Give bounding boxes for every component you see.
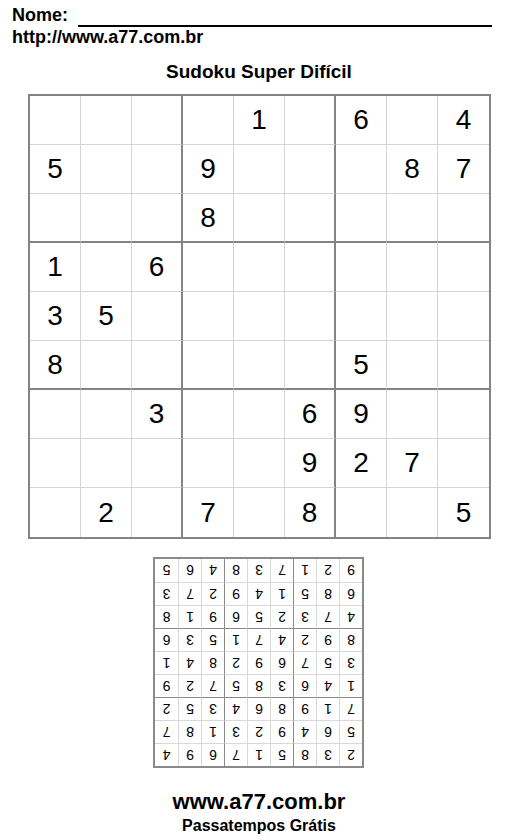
- puzzle-cell-r7c4: [183, 390, 234, 439]
- puzzle-cell-r8c2: [81, 439, 132, 488]
- puzzle-cell-r6c2: [81, 341, 132, 390]
- puzzle-cell-r8c5: [234, 439, 285, 488]
- puzzle-cell-r8c7: 2: [336, 439, 387, 488]
- puzzle-cell-r9c5: [234, 488, 285, 537]
- site-url-text: http://www.a77.com.br: [12, 27, 203, 48]
- puzzle-cell-r7c5: [234, 390, 285, 439]
- solution-cell-r2c6: 3: [224, 720, 247, 743]
- puzzle-cell-r2c7: [336, 145, 387, 194]
- solution-cell-r1c9: 4: [155, 743, 178, 766]
- puzzle-cell-r1c6: [285, 96, 336, 145]
- solution-cell-r8c2: 8: [316, 582, 339, 605]
- puzzle-cell-r1c7: 6: [336, 96, 387, 145]
- puzzle-cell-r9c8: [387, 488, 438, 537]
- puzzle-cell-r4c9: [438, 243, 489, 292]
- solution-cell-r8c7: 2: [201, 582, 224, 605]
- puzzle-cell-r3c2: [81, 194, 132, 243]
- puzzle-cell-r1c8: [387, 96, 438, 145]
- solution-cell-r3c4: 8: [270, 697, 293, 720]
- solution-cell-r1c8: 9: [178, 743, 201, 766]
- puzzle-cell-r9c2: 2: [81, 488, 132, 537]
- solution-cell-r2c4: 9: [270, 720, 293, 743]
- solution-cell-r4c9: 9: [155, 674, 178, 697]
- solution-cell-r7c4: 2: [270, 605, 293, 628]
- puzzle-cell-r1c2: [81, 96, 132, 145]
- solution-cell-r7c8: 1: [178, 605, 201, 628]
- puzzle-cell-r2c9: 7: [438, 145, 489, 194]
- footer-site: www.a77.com.br: [0, 789, 518, 815]
- solution-cell-r3c5: 6: [247, 697, 270, 720]
- page-title: Sudoku Super Difícil: [0, 61, 518, 83]
- puzzle-cell-r2c6: [285, 145, 336, 194]
- solution-cell-r9c7: 4: [201, 559, 224, 582]
- solution-cell-r4c8: 2: [178, 674, 201, 697]
- puzzle-cell-r1c5: 1: [234, 96, 285, 145]
- solution-cell-r4c1: 1: [339, 674, 362, 697]
- puzzle-cell-r9c1: [30, 488, 81, 537]
- puzzle-cell-r9c7: [336, 488, 387, 537]
- solution-cell-r1c5: 1: [247, 743, 270, 766]
- solution-cell-r6c2: 9: [316, 628, 339, 651]
- puzzle-cell-r4c6: [285, 243, 336, 292]
- solution-cell-r4c4: 3: [270, 674, 293, 697]
- puzzle-cell-r8c8: 7: [387, 439, 438, 488]
- puzzle-cell-r3c7: [336, 194, 387, 243]
- solution-cell-r9c4: 7: [270, 559, 293, 582]
- solution-cell-r1c4: 5: [270, 743, 293, 766]
- puzzle-cell-r6c4: [183, 341, 234, 390]
- puzzle-cell-r9c3: [132, 488, 183, 537]
- solution-cell-r8c5: 4: [247, 582, 270, 605]
- puzzle-cell-r5c2: 5: [81, 292, 132, 341]
- solution-cell-r2c7: 1: [201, 720, 224, 743]
- puzzle-cell-r4c7: [336, 243, 387, 292]
- solution-cell-r5c6: 2: [224, 651, 247, 674]
- solution-cell-r9c3: 1: [293, 559, 316, 582]
- puzzle-cell-r1c9: 4: [438, 96, 489, 145]
- solution-cell-r2c2: 6: [316, 720, 339, 743]
- puzzle-cell-r9c4: 7: [183, 488, 234, 537]
- puzzle-cell-r6c7: 5: [336, 341, 387, 390]
- solution-cell-r1c2: 3: [316, 743, 339, 766]
- puzzle-cell-r2c4: 9: [183, 145, 234, 194]
- puzzle-cell-r8c9: [438, 439, 489, 488]
- puzzle-cell-r7c7: 9: [336, 390, 387, 439]
- puzzle-cell-r4c8: [387, 243, 438, 292]
- solution-cell-r2c1: 5: [339, 720, 362, 743]
- solution-cell-r3c3: 9: [293, 697, 316, 720]
- solution-cell-r1c6: 7: [224, 743, 247, 766]
- puzzle-cell-r5c3: [132, 292, 183, 341]
- solution-cell-r9c1: 9: [339, 559, 362, 582]
- solution-cell-r3c8: 5: [178, 697, 201, 720]
- solution-cell-r6c9: 6: [155, 628, 178, 651]
- solution-cell-r3c7: 3: [201, 697, 224, 720]
- puzzle-cell-r3c9: [438, 194, 489, 243]
- puzzle-cell-r7c3: 3: [132, 390, 183, 439]
- puzzle-cell-r3c3: [132, 194, 183, 243]
- solution-cell-r3c1: 7: [339, 697, 362, 720]
- puzzle-cell-r7c1: [30, 390, 81, 439]
- solution-cell-r6c4: 4: [270, 628, 293, 651]
- solution-cell-r4c7: 7: [201, 674, 224, 697]
- solution-cell-r2c9: 7: [155, 720, 178, 743]
- puzzle-cell-r6c6: [285, 341, 336, 390]
- solution-cell-r2c8: 8: [178, 720, 201, 743]
- solution-cell-r5c2: 5: [316, 651, 339, 674]
- solution-cell-r6c1: 8: [339, 628, 362, 651]
- solution-cell-r6c7: 5: [201, 628, 224, 651]
- solution-cell-r6c5: 7: [247, 628, 270, 651]
- puzzle-cell-r3c5: [234, 194, 285, 243]
- puzzle-cell-r6c5: [234, 341, 285, 390]
- solution-cell-r8c3: 5: [293, 582, 316, 605]
- solution-cell-r7c5: 5: [247, 605, 270, 628]
- puzzle-cell-r6c8: [387, 341, 438, 390]
- name-row: Nome:: [12, 5, 68, 26]
- puzzle-cell-r7c6: 6: [285, 390, 336, 439]
- solution-cell-r9c5: 3: [247, 559, 270, 582]
- puzzle-cell-r6c1: 8: [30, 341, 81, 390]
- solution-cell-r9c2: 2: [316, 559, 339, 582]
- puzzle-cell-r6c3: [132, 341, 183, 390]
- footer-tagline: Passatempos Grátis: [0, 817, 518, 835]
- puzzle-cell-r5c8: [387, 292, 438, 341]
- puzzle-cell-r8c4: [183, 439, 234, 488]
- solution-cell-r7c9: 8: [155, 605, 178, 628]
- solution-cell-r9c9: 5: [155, 559, 178, 582]
- solution-cell-r9c6: 8: [224, 559, 247, 582]
- solution-cell-r5c4: 6: [270, 651, 293, 674]
- puzzle-cell-r4c3: 6: [132, 243, 183, 292]
- solution-cell-r6c8: 3: [178, 628, 201, 651]
- solution-cell-r5c8: 4: [178, 651, 201, 674]
- solution-cell-r1c1: 2: [339, 743, 362, 766]
- puzzle-cell-r3c8: [387, 194, 438, 243]
- solution-cell-r4c6: 5: [224, 674, 247, 697]
- solution-cell-r7c6: 6: [224, 605, 247, 628]
- puzzle-cell-r4c5: [234, 243, 285, 292]
- solution-cell-r8c8: 7: [178, 582, 201, 605]
- puzzle-cell-r2c2: [81, 145, 132, 194]
- puzzle-cell-r4c4: [183, 243, 234, 292]
- puzzle-cell-r7c9: [438, 390, 489, 439]
- puzzle-cell-r8c3: [132, 439, 183, 488]
- solution-cell-r8c6: 9: [224, 582, 247, 605]
- puzzle-cell-r6c9: [438, 341, 489, 390]
- puzzle-cell-r8c1: [30, 439, 81, 488]
- puzzle-cell-r5c5: [234, 292, 285, 341]
- puzzle-cell-r2c5: [234, 145, 285, 194]
- puzzle-cell-r3c1: [30, 194, 81, 243]
- solution-cell-r5c9: 1: [155, 651, 178, 674]
- puzzle-cell-r1c3: [132, 96, 183, 145]
- puzzle-cell-r1c4: [183, 96, 234, 145]
- solution-grid: 2385176945649231877198643521463857293576…: [153, 557, 364, 768]
- solution-cell-r8c9: 3: [155, 582, 178, 605]
- solution-cell-r8c1: 6: [339, 582, 362, 605]
- solution-cell-r3c9: 2: [155, 697, 178, 720]
- puzzle-cell-r9c9: 5: [438, 488, 489, 537]
- solution-cell-r8c4: 1: [270, 582, 293, 605]
- solution-cell-r3c6: 4: [224, 697, 247, 720]
- puzzle-cell-r5c6: [285, 292, 336, 341]
- solution-cell-r4c3: 6: [293, 674, 316, 697]
- solution-cell-r9c8: 6: [178, 559, 201, 582]
- solution-cell-r3c2: 1: [316, 697, 339, 720]
- puzzle-cell-r2c3: [132, 145, 183, 194]
- solution-cell-r2c5: 2: [247, 720, 270, 743]
- solution-cell-r5c7: 8: [201, 651, 224, 674]
- name-label: Nome:: [12, 5, 68, 25]
- puzzle-cell-r9c6: 8: [285, 488, 336, 537]
- solution-cell-r1c3: 8: [293, 743, 316, 766]
- solution-cell-r5c5: 9: [247, 651, 270, 674]
- solution-cell-r2c3: 4: [293, 720, 316, 743]
- solution-cell-r5c3: 7: [293, 651, 316, 674]
- puzzle-cell-r5c9: [438, 292, 489, 341]
- puzzle-cell-r5c7: [336, 292, 387, 341]
- solution-cell-r7c1: 4: [339, 605, 362, 628]
- puzzle-cell-r2c1: 5: [30, 145, 81, 194]
- puzzle-cell-r2c8: 8: [387, 145, 438, 194]
- puzzle-cell-r7c2: [81, 390, 132, 439]
- solution-cell-r1c7: 6: [201, 743, 224, 766]
- solution-cell-r4c5: 8: [247, 674, 270, 697]
- puzzle-cell-r3c4: 8: [183, 194, 234, 243]
- solution-cell-r6c6: 1: [224, 628, 247, 651]
- puzzle-cell-r5c1: 3: [30, 292, 81, 341]
- solution-cell-r7c2: 7: [316, 605, 339, 628]
- puzzle-cell-r7c8: [387, 390, 438, 439]
- puzzle-cell-r4c2: [81, 243, 132, 292]
- solution-cell-r7c7: 9: [201, 605, 224, 628]
- puzzle-cell-r4c1: 1: [30, 243, 81, 292]
- solution-cell-r4c2: 4: [316, 674, 339, 697]
- solution-cell-r5c1: 3: [339, 651, 362, 674]
- puzzle-cell-r1c1: [30, 96, 81, 145]
- puzzle-cell-r8c6: 9: [285, 439, 336, 488]
- solution-cell-r7c3: 3: [293, 605, 316, 628]
- puzzle-grid: 164598781635853699272785: [28, 94, 491, 539]
- puzzle-cell-r5c4: [183, 292, 234, 341]
- solution-cell-r6c3: 2: [293, 628, 316, 651]
- puzzle-cell-r3c6: [285, 194, 336, 243]
